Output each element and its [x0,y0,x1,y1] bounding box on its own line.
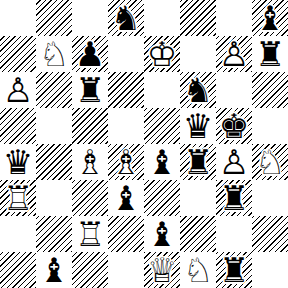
black-king-glyph: ♚ [219,108,249,144]
square-a6[interactable]: ♟♙ [0,72,36,108]
black-rook[interactable]: ♜♜ [252,36,288,72]
square-e3[interactable] [144,180,180,216]
black-queen-glyph: ♛ [3,144,33,180]
square-e8[interactable] [144,0,180,36]
square-d5[interactable] [108,108,144,144]
white-knight-glyph: ♘ [39,36,69,72]
black-bishop[interactable]: ♝♝ [36,252,72,288]
white-queen[interactable]: ♛♕ [144,252,180,288]
square-h8[interactable]: ♝♝ [252,0,288,36]
square-e2[interactable]: ♝♝ [144,216,180,252]
square-f4[interactable]: ♜♜ [180,144,216,180]
white-queen-glyph: ♕ [147,252,177,288]
white-knight[interactable]: ♞♘ [252,144,288,180]
square-c1[interactable] [72,252,108,288]
black-rook[interactable]: ♜♜ [72,72,108,108]
black-queen[interactable]: ♛♛ [0,144,36,180]
square-h2[interactable] [252,216,288,252]
black-rook-glyph: ♜ [75,72,105,108]
black-bishop-glyph: ♝ [111,180,141,216]
square-d4[interactable]: ♝♗ [108,144,144,180]
white-king[interactable]: ♚♔ [144,36,180,72]
white-rook-glyph: ♖ [75,216,105,252]
white-pawn-glyph: ♙ [3,72,33,108]
square-d7[interactable] [108,36,144,72]
white-pawn-glyph: ♙ [219,144,249,180]
square-e7[interactable]: ♚♔ [144,36,180,72]
white-knight[interactable]: ♞♘ [36,36,72,72]
square-g5[interactable]: ♚♚ [216,108,252,144]
square-b3[interactable] [36,180,72,216]
square-h6[interactable] [252,72,288,108]
square-h3[interactable] [252,180,288,216]
black-rook[interactable]: ♜♜ [216,252,252,288]
white-bishop-glyph: ♗ [111,144,141,180]
black-rook-glyph: ♜ [219,180,249,216]
square-h5[interactable] [252,108,288,144]
square-c3[interactable] [72,180,108,216]
white-knight[interactable]: ♞♘ [180,252,216,288]
square-a1[interactable] [0,252,36,288]
square-c8[interactable] [72,0,108,36]
square-a8[interactable] [0,0,36,36]
square-b6[interactable] [36,72,72,108]
square-e5[interactable] [144,108,180,144]
white-bishop[interactable]: ♝♗ [72,144,108,180]
square-b7[interactable]: ♞♘ [36,36,72,72]
black-pawn[interactable]: ♟♟ [72,36,108,72]
square-d2[interactable] [108,216,144,252]
square-g4[interactable]: ♟♙ [216,144,252,180]
white-pawn[interactable]: ♟♙ [216,36,252,72]
square-f2[interactable] [180,216,216,252]
black-rook-glyph: ♜ [183,144,213,180]
black-queen[interactable]: ♛♛ [180,108,216,144]
square-f1[interactable]: ♞♘ [180,252,216,288]
chess-board: ♞♞♝♝♞♘♟♟♚♔♟♙♜♜♟♙♜♜♞♞♛♛♚♚♛♛♝♗♝♗♝♝♜♜♟♙♞♘♜♖… [0,0,288,288]
black-knight[interactable]: ♞♞ [108,0,144,36]
white-pawn[interactable]: ♟♙ [0,72,36,108]
square-g1[interactable]: ♜♜ [216,252,252,288]
black-queen-glyph: ♛ [183,108,213,144]
square-a5[interactable] [0,108,36,144]
square-g8[interactable] [216,0,252,36]
square-d8[interactable]: ♞♞ [108,0,144,36]
black-pawn-glyph: ♟ [75,36,105,72]
square-f7[interactable] [180,36,216,72]
black-bishop[interactable]: ♝♝ [144,144,180,180]
black-bishop[interactable]: ♝♝ [144,216,180,252]
square-f3[interactable] [180,180,216,216]
square-a2[interactable] [0,216,36,252]
square-e1[interactable]: ♛♕ [144,252,180,288]
square-a4[interactable]: ♛♛ [0,144,36,180]
square-h1[interactable] [252,252,288,288]
black-rook-glyph: ♜ [255,36,285,72]
black-king[interactable]: ♚♚ [216,108,252,144]
white-rook[interactable]: ♜♖ [0,180,36,216]
white-knight-glyph: ♘ [183,252,213,288]
square-b8[interactable] [36,0,72,36]
square-e4[interactable]: ♝♝ [144,144,180,180]
white-pawn[interactable]: ♟♙ [216,144,252,180]
square-g2[interactable] [216,216,252,252]
square-a7[interactable] [0,36,36,72]
white-rook[interactable]: ♜♖ [72,216,108,252]
square-g3[interactable]: ♜♜ [216,180,252,216]
square-c2[interactable]: ♜♖ [72,216,108,252]
white-bishop[interactable]: ♝♗ [108,144,144,180]
square-g6[interactable] [216,72,252,108]
square-d1[interactable] [108,252,144,288]
square-a3[interactable]: ♜♖ [0,180,36,216]
square-f8[interactable] [180,0,216,36]
square-f5[interactable]: ♛♛ [180,108,216,144]
square-e6[interactable] [144,72,180,108]
square-b2[interactable] [36,216,72,252]
square-d6[interactable] [108,72,144,108]
black-bishop-glyph: ♝ [39,252,69,288]
square-c5[interactable] [72,108,108,144]
square-h4[interactable]: ♞♘ [252,144,288,180]
black-knight-glyph: ♞ [111,0,141,36]
black-bishop-glyph: ♝ [147,216,177,252]
black-rook[interactable]: ♜♜ [180,144,216,180]
white-king-glyph: ♔ [147,36,177,72]
black-bishop-glyph: ♝ [147,144,177,180]
square-h7[interactable]: ♜♜ [252,36,288,72]
square-c6[interactable]: ♜♜ [72,72,108,108]
square-d3[interactable]: ♝♝ [108,180,144,216]
square-b1[interactable]: ♝♝ [36,252,72,288]
white-bishop-glyph: ♗ [75,144,105,180]
white-rook-glyph: ♖ [3,180,33,216]
square-f6[interactable]: ♞♞ [180,72,216,108]
square-b5[interactable] [36,108,72,144]
black-rook-glyph: ♜ [219,252,249,288]
square-b4[interactable] [36,144,72,180]
black-knight[interactable]: ♞♞ [180,72,216,108]
black-bishop[interactable]: ♝♝ [252,0,288,36]
square-g7[interactable]: ♟♙ [216,36,252,72]
white-knight-glyph: ♘ [255,144,285,180]
white-pawn-glyph: ♙ [219,36,249,72]
black-rook[interactable]: ♜♜ [216,180,252,216]
black-bishop[interactable]: ♝♝ [108,180,144,216]
black-bishop-glyph: ♝ [255,0,285,36]
square-c4[interactable]: ♝♗ [72,144,108,180]
black-knight-glyph: ♞ [183,72,213,108]
square-c7[interactable]: ♟♟ [72,36,108,72]
